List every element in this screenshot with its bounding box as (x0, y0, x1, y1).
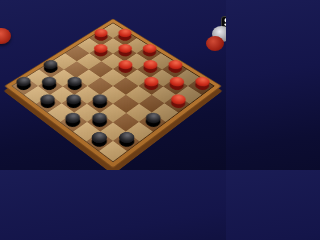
red-checker[interactable] (163, 61, 188, 78)
black-checker[interactable] (86, 132, 113, 152)
black-checker[interactable] (61, 95, 87, 113)
black-checker[interactable] (11, 77, 36, 94)
black-checker[interactable] (37, 77, 62, 94)
red-checker[interactable] (138, 61, 163, 78)
red-checker[interactable] (165, 95, 191, 113)
black-checker[interactable] (62, 77, 87, 94)
red-checker-icon (206, 36, 224, 51)
black-checker[interactable] (38, 61, 63, 78)
red-checker[interactable] (138, 77, 163, 94)
black-checker[interactable] (140, 113, 167, 132)
red-checker[interactable] (113, 45, 137, 61)
red-checker[interactable] (113, 61, 138, 78)
game-scene (0, 0, 226, 170)
black-checker[interactable] (60, 113, 87, 132)
red-checker[interactable] (89, 45, 113, 61)
red-checker[interactable] (189, 77, 214, 94)
red-checker[interactable] (164, 77, 189, 94)
pieces-layer (11, 22, 215, 162)
checkers-game-screen: { "game": "checkers", "scene": { "view":… (0, 0, 226, 170)
black-checker[interactable] (87, 95, 113, 113)
black-checker[interactable] (113, 132, 140, 152)
black-checker[interactable] (86, 113, 113, 132)
black-checker[interactable] (35, 95, 61, 113)
board (4, 18, 222, 168)
red-checker[interactable] (137, 45, 161, 61)
